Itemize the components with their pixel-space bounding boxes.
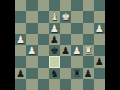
- square-g8[interactable]: [83, 0, 94, 11]
- letterbox-left: [0, 0, 15, 90]
- piece-black-king[interactable]: ♚: [50, 45, 59, 56]
- square-c3[interactable]: [38, 56, 49, 67]
- square-f7[interactable]: [71, 11, 82, 22]
- square-a2[interactable]: ♟: [15, 68, 26, 79]
- square-e6[interactable]: [60, 23, 71, 34]
- piece-black-knight[interactable]: ♞: [50, 68, 59, 79]
- piece-white-pawn[interactable]: ♟: [16, 34, 25, 45]
- square-f5[interactable]: [71, 34, 82, 45]
- square-f3[interactable]: [71, 56, 82, 67]
- square-h7[interactable]: [94, 11, 105, 22]
- square-g2[interactable]: ♟: [83, 68, 94, 79]
- square-h4[interactable]: [94, 45, 105, 56]
- square-c6[interactable]: [38, 23, 49, 34]
- square-a4[interactable]: [15, 45, 26, 56]
- square-a6[interactable]: [15, 23, 26, 34]
- square-d6[interactable]: ♟: [49, 23, 60, 34]
- square-h1[interactable]: [94, 79, 105, 90]
- square-g1[interactable]: [83, 79, 94, 90]
- square-d3[interactable]: [49, 56, 60, 67]
- square-h3[interactable]: ♟: [94, 56, 105, 67]
- square-g5[interactable]: [83, 34, 94, 45]
- square-b6[interactable]: [26, 23, 37, 34]
- square-d4[interactable]: ♚: [49, 45, 60, 56]
- piece-white-pawn[interactable]: ♟: [95, 23, 104, 34]
- piece-white-bishop[interactable]: ♝: [50, 11, 59, 22]
- square-a7[interactable]: [15, 11, 26, 22]
- square-f8[interactable]: [71, 0, 82, 11]
- square-c1[interactable]: [38, 79, 49, 90]
- square-b4[interactable]: ♟: [26, 45, 37, 56]
- square-h2[interactable]: [94, 68, 105, 79]
- square-b7[interactable]: [26, 11, 37, 22]
- square-e7[interactable]: ♚: [60, 11, 71, 22]
- piece-black-pawn[interactable]: ♟: [84, 68, 93, 79]
- piece-black-rook[interactable]: ♜: [72, 68, 81, 79]
- square-e1[interactable]: [60, 79, 71, 90]
- square-b3[interactable]: [26, 56, 37, 67]
- square-c5[interactable]: [38, 34, 49, 45]
- piece-black-pawn[interactable]: ♟: [95, 56, 104, 67]
- square-b5[interactable]: [26, 34, 37, 45]
- square-c4[interactable]: [38, 45, 49, 56]
- piece-white-pawn[interactable]: ♟: [27, 45, 36, 56]
- square-h5[interactable]: [94, 34, 105, 45]
- square-f1[interactable]: [71, 79, 82, 90]
- piece-white-pawn[interactable]: ♟: [72, 45, 81, 56]
- square-g4[interactable]: ♜: [83, 45, 94, 56]
- square-h8[interactable]: [94, 0, 105, 11]
- square-g3[interactable]: [83, 56, 94, 67]
- square-a5[interactable]: ♟: [15, 34, 26, 45]
- piece-white-pawn[interactable]: ♟: [50, 23, 59, 34]
- square-b2[interactable]: [26, 68, 37, 79]
- square-c8[interactable]: [38, 0, 49, 11]
- square-e3[interactable]: [60, 56, 71, 67]
- square-c7[interactable]: [38, 11, 49, 22]
- square-e8[interactable]: [60, 0, 71, 11]
- page-root: { "game": "chess", "position": { "fen": …: [0, 0, 120, 90]
- square-h6[interactable]: ♟: [94, 23, 105, 34]
- chess-board: ♝♚♟♟♟♟♟♚♟♟♜♟♟♞♜♟: [15, 0, 105, 90]
- square-f6[interactable]: [71, 23, 82, 34]
- piece-white-king[interactable]: ♚: [61, 11, 70, 22]
- piece-black-pawn[interactable]: ♟: [61, 45, 70, 56]
- square-g7[interactable]: [83, 11, 94, 22]
- square-d7[interactable]: ♝: [49, 11, 60, 22]
- piece-black-pawn[interactable]: ♟: [50, 34, 59, 45]
- letterbox-right: [105, 0, 120, 90]
- square-g6[interactable]: [83, 23, 94, 34]
- square-f4[interactable]: ♟: [71, 45, 82, 56]
- square-f2[interactable]: ♜: [71, 68, 82, 79]
- square-d2[interactable]: ♞: [49, 68, 60, 79]
- square-d5[interactable]: ♟: [49, 34, 60, 45]
- square-d1[interactable]: [49, 79, 60, 90]
- square-b1[interactable]: [26, 79, 37, 90]
- piece-white-rook[interactable]: ♜: [84, 45, 93, 56]
- square-a8[interactable]: [15, 0, 26, 11]
- piece-black-pawn[interactable]: ♟: [16, 68, 25, 79]
- square-b8[interactable]: [26, 0, 37, 11]
- square-c2[interactable]: [38, 68, 49, 79]
- square-e2[interactable]: [60, 68, 71, 79]
- square-a1[interactable]: [15, 79, 26, 90]
- square-e4[interactable]: ♟: [60, 45, 71, 56]
- square-d8[interactable]: [49, 0, 60, 11]
- square-a3[interactable]: [15, 56, 26, 67]
- square-e5[interactable]: [60, 34, 71, 45]
